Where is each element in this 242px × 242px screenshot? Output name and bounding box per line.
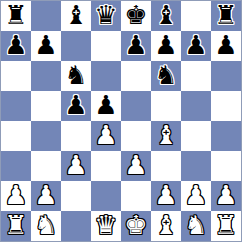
square-f4[interactable]: ♝ [151,121,181,151]
square-e6[interactable] [121,61,151,91]
square-h4[interactable] [211,121,241,151]
square-c8[interactable]: ♝ [61,1,91,31]
piece-black-pawn-a7[interactable]: ♟ [4,32,27,58]
square-a6[interactable] [1,61,31,91]
square-g7[interactable]: ♟ [181,31,211,61]
square-e8[interactable]: ♚ [121,1,151,31]
piece-white-pawn-g2[interactable]: ♟ [184,182,207,208]
square-c2[interactable] [61,181,91,211]
piece-white-bishop-f4[interactable]: ♝ [154,122,177,148]
square-c6[interactable]: ♞ [61,61,91,91]
piece-black-pawn-e7[interactable]: ♟ [124,32,147,58]
square-d8[interactable]: ♛ [91,1,121,31]
piece-black-pawn-h7[interactable]: ♟ [214,32,237,58]
piece-white-pawn-a2[interactable]: ♟ [4,182,27,208]
square-b5[interactable] [31,91,61,121]
piece-black-bishop-c8[interactable]: ♝ [64,2,87,28]
square-b4[interactable] [31,121,61,151]
square-f5[interactable] [151,91,181,121]
piece-white-rook-a1[interactable]: ♜ [4,212,27,238]
square-g2[interactable]: ♟ [181,181,211,211]
square-a7[interactable]: ♟ [1,31,31,61]
square-c3[interactable]: ♟ [61,151,91,181]
piece-white-pawn-h2[interactable]: ♟ [214,182,237,208]
square-e5[interactable] [121,91,151,121]
square-a4[interactable] [1,121,31,151]
piece-white-king-e1[interactable]: ♚ [124,212,147,238]
piece-white-knight-b1[interactable]: ♞ [34,212,57,238]
square-a5[interactable] [1,91,31,121]
square-d4[interactable]: ♟ [91,121,121,151]
piece-black-pawn-g7[interactable]: ♟ [184,32,207,58]
square-h7[interactable]: ♟ [211,31,241,61]
square-h8[interactable]: ♜ [211,1,241,31]
square-d5[interactable]: ♟ [91,91,121,121]
square-d7[interactable] [91,31,121,61]
square-e2[interactable] [121,181,151,211]
piece-black-knight-f6[interactable]: ♞ [154,62,177,88]
piece-black-pawn-f7[interactable]: ♟ [154,32,177,58]
square-h6[interactable] [211,61,241,91]
piece-black-knight-c6[interactable]: ♞ [64,62,87,88]
square-f2[interactable]: ♟ [151,181,181,211]
square-d6[interactable] [91,61,121,91]
square-f8[interactable]: ♝ [151,1,181,31]
piece-black-queen-d8[interactable]: ♛ [94,2,117,28]
square-c7[interactable] [61,31,91,61]
square-h3[interactable] [211,151,241,181]
square-b3[interactable] [31,151,61,181]
piece-black-pawn-d5[interactable]: ♟ [94,92,117,118]
square-c4[interactable] [61,121,91,151]
square-e7[interactable]: ♟ [121,31,151,61]
square-g5[interactable] [181,91,211,121]
piece-white-pawn-d4[interactable]: ♟ [94,122,117,148]
square-d2[interactable] [91,181,121,211]
square-g6[interactable] [181,61,211,91]
square-e3[interactable]: ♟ [121,151,151,181]
square-f3[interactable] [151,151,181,181]
square-b1[interactable]: ♞ [31,211,61,241]
square-h2[interactable]: ♟ [211,181,241,211]
square-a2[interactable]: ♟ [1,181,31,211]
piece-black-rook-h8[interactable]: ♜ [214,2,237,28]
piece-black-bishop-f8[interactable]: ♝ [154,2,177,28]
piece-white-pawn-e3[interactable]: ♟ [124,152,147,178]
square-a1[interactable]: ♜ [1,211,31,241]
square-a8[interactable]: ♜ [1,1,31,31]
square-f7[interactable]: ♟ [151,31,181,61]
square-d1[interactable]: ♛ [91,211,121,241]
square-c1[interactable] [61,211,91,241]
square-f6[interactable]: ♞ [151,61,181,91]
square-g3[interactable] [181,151,211,181]
square-a3[interactable] [1,151,31,181]
square-d3[interactable] [91,151,121,181]
piece-white-rook-h1[interactable]: ♜ [214,212,237,238]
square-g4[interactable] [181,121,211,151]
square-b8[interactable] [31,1,61,31]
piece-black-pawn-c5[interactable]: ♟ [64,92,87,118]
square-e1[interactable]: ♚ [121,211,151,241]
square-b6[interactable] [31,61,61,91]
piece-white-bishop-f1[interactable]: ♝ [154,212,177,238]
square-h5[interactable] [211,91,241,121]
square-b2[interactable]: ♟ [31,181,61,211]
piece-white-pawn-b2[interactable]: ♟ [34,182,57,208]
square-e4[interactable] [121,121,151,151]
piece-black-rook-a8[interactable]: ♜ [4,2,27,28]
square-g8[interactable] [181,1,211,31]
square-f1[interactable]: ♝ [151,211,181,241]
piece-white-pawn-c3[interactable]: ♟ [64,152,87,178]
square-g1[interactable]: ♞ [181,211,211,241]
square-c5[interactable]: ♟ [61,91,91,121]
piece-white-pawn-f2[interactable]: ♟ [154,182,177,208]
piece-white-knight-g1[interactable]: ♞ [184,212,207,238]
chess-board: ♜♝♛♚♝♜♟♟♟♟♟♟♞♞♟♟♟♝♟♟♟♟♟♟♟♜♞♛♚♝♞♜ [0,0,242,242]
square-b7[interactable]: ♟ [31,31,61,61]
piece-white-queen-d1[interactable]: ♛ [94,212,117,238]
piece-black-king-e8[interactable]: ♚ [124,2,147,28]
square-h1[interactable]: ♜ [211,211,241,241]
piece-black-pawn-b7[interactable]: ♟ [34,32,57,58]
